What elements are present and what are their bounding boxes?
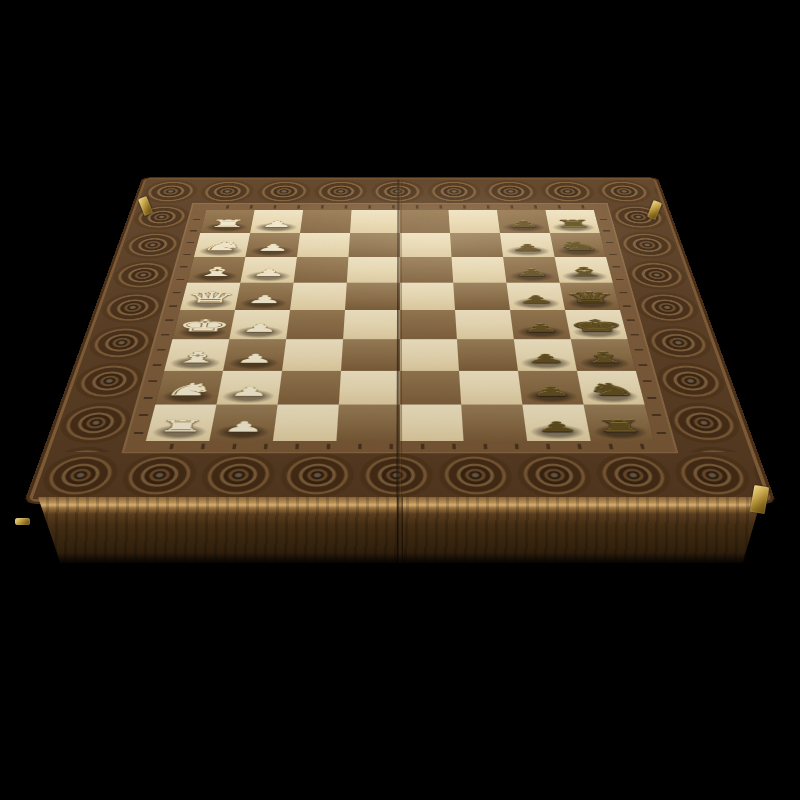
bishop-glyph: ♝ (171, 350, 223, 365)
pawn-glyph: ♟ (255, 243, 291, 252)
piece-shadow (151, 425, 207, 440)
piece-white-pawn[interactable]: ♟ (247, 209, 307, 228)
square-r6-c6[interactable]: ♟ (518, 371, 584, 405)
square-r2-c4[interactable] (400, 257, 453, 283)
square-r4-c0[interactable]: ♚ (172, 310, 235, 339)
square-r2-c0[interactable]: ♝ (187, 257, 245, 283)
square-r7-c3[interactable] (336, 405, 400, 441)
rook-glyph: ♜ (593, 418, 645, 434)
square-r2-c7[interactable]: ♝ (555, 257, 613, 283)
frame-tick-marks (207, 205, 594, 208)
square-r5-c0[interactable]: ♝ (164, 339, 229, 370)
square-r1-c1[interactable]: ♟ (245, 233, 300, 257)
pawn-glyph: ♟ (221, 420, 265, 434)
pawn-glyph: ♟ (234, 353, 275, 365)
piece-white-pawn[interactable]: ♟ (219, 338, 291, 365)
pawn-glyph: ♟ (228, 385, 270, 398)
piece-bronze-pawn[interactable]: ♟ (517, 403, 594, 434)
square-r1-c5[interactable] (450, 233, 503, 257)
knight-glyph: ♞ (582, 381, 639, 398)
square-r0-c2[interactable] (300, 210, 351, 233)
square-r3-c4[interactable] (400, 283, 455, 310)
piece-white-pawn[interactable]: ♟ (242, 232, 304, 253)
square-r1-c2[interactable] (297, 233, 350, 257)
piece-bronze-rook[interactable]: ♜ (541, 209, 603, 228)
square-r3-c5[interactable] (453, 283, 510, 310)
piece-bronze-queen[interactable]: ♛ (555, 281, 623, 304)
square-r4-c4[interactable] (400, 310, 457, 339)
pawn-glyph: ♟ (240, 322, 279, 333)
piece-shadow (592, 425, 648, 440)
square-r7-c6[interactable]: ♟ (522, 405, 590, 441)
square-r7-c4[interactable] (400, 405, 464, 441)
square-r2-c2[interactable] (294, 257, 349, 283)
piece-shadow (160, 389, 214, 403)
square-r4-c7[interactable]: ♚ (565, 310, 628, 339)
photo-scene: ♜♟♟♜♞♟♟♞♝♟♟♝♛♟♟♛♚♟♟♚♝♟♟♝♞♟♟♞♜♟♟♜ (0, 0, 800, 800)
square-r0-c5[interactable] (448, 210, 499, 233)
square-r4-c1[interactable]: ♟ (229, 310, 290, 339)
pawn-glyph: ♟ (506, 220, 540, 229)
pawn-glyph: ♟ (513, 268, 550, 278)
pawn-glyph: ♟ (245, 294, 283, 305)
square-r6-c4[interactable] (400, 371, 461, 405)
piece-shadow (521, 357, 572, 370)
square-r5-c4[interactable] (400, 339, 459, 370)
piece-bronze-bishop[interactable]: ♝ (566, 338, 639, 365)
square-r6-c7[interactable]: ♞ (577, 371, 645, 405)
box-base-shadow (26, 553, 774, 563)
square-r3-c2[interactable] (290, 283, 347, 310)
pawn-glyph: ♟ (521, 322, 560, 333)
pawn-glyph: ♟ (535, 420, 579, 434)
bishop-glyph: ♝ (578, 350, 630, 365)
piece-white-pawn[interactable]: ♟ (237, 256, 301, 278)
square-r3-c1[interactable]: ♟ (235, 283, 294, 310)
square-r4-c5[interactable] (455, 310, 514, 339)
piece-white-pawn[interactable]: ♟ (232, 281, 299, 304)
square-r5-c7[interactable]: ♝ (571, 339, 636, 370)
piece-white-knight[interactable]: ♞ (152, 369, 228, 398)
square-r2-c1[interactable]: ♟ (240, 257, 297, 283)
square-r6-c3[interactable] (339, 371, 400, 405)
piece-bronze-knight[interactable]: ♞ (546, 232, 610, 253)
king-glyph: ♚ (174, 317, 233, 334)
piece-white-rook[interactable]: ♜ (142, 403, 221, 434)
square-r7-c1[interactable]: ♟ (209, 405, 277, 441)
square-r1-c3[interactable] (348, 233, 400, 257)
piece-bronze-king[interactable]: ♚ (560, 309, 631, 334)
piece-bronze-bishop[interactable]: ♝ (550, 256, 616, 278)
square-r1-c4[interactable] (400, 233, 452, 257)
piece-white-pawn[interactable]: ♟ (213, 369, 287, 398)
knight-glyph: ♞ (198, 240, 246, 252)
square-r5-c1[interactable]: ♟ (223, 339, 286, 370)
piece-white-bishop[interactable]: ♝ (161, 338, 234, 365)
pawn-glyph: ♟ (250, 268, 287, 278)
rook-glyph: ♜ (155, 418, 207, 434)
piece-shadow (222, 389, 275, 403)
queen-glyph: ♛ (183, 290, 238, 305)
square-r6-c5[interactable] (459, 371, 522, 405)
square-r4-c3[interactable] (343, 310, 400, 339)
square-r2-c3[interactable] (347, 257, 400, 283)
square-r2-c5[interactable] (452, 257, 507, 283)
knight-glyph: ♞ (554, 240, 602, 252)
square-r7-c0[interactable]: ♜ (146, 405, 217, 441)
square-r0-c7[interactable]: ♜ (545, 210, 599, 233)
square-r7-c7[interactable]: ♜ (584, 405, 655, 441)
square-r0-c1[interactable]: ♟ (250, 210, 303, 233)
piece-bronze-knight[interactable]: ♞ (572, 369, 648, 398)
piece-shadow (530, 425, 585, 440)
chess-board: ♜♟♟♜♞♟♟♞♝♟♟♝♛♟♟♛♚♟♟♚♝♟♟♝♞♟♟♞♜♟♟♜ (32, 179, 767, 499)
square-r3-c3[interactable] (345, 283, 400, 310)
square-r7-c2[interactable] (273, 405, 339, 441)
pawn-glyph: ♟ (510, 243, 546, 252)
pawn-glyph: ♟ (530, 385, 572, 398)
piece-white-pawn[interactable]: ♟ (226, 309, 295, 334)
square-r5-c5[interactable] (457, 339, 518, 370)
square-r6-c2[interactable] (278, 371, 341, 405)
piece-shadow (585, 389, 639, 403)
brass-pin-left-icon (15, 518, 30, 525)
piece-shadow (579, 357, 631, 370)
square-r4-c2[interactable] (286, 310, 345, 339)
square-r0-c0[interactable]: ♜ (200, 210, 254, 233)
pawn-glyph: ♟ (525, 353, 566, 365)
square-r0-c4[interactable] (400, 210, 450, 233)
piece-shadow (215, 425, 270, 440)
square-r3-c7[interactable]: ♛ (560, 283, 620, 310)
square-r6-c1[interactable]: ♟ (216, 371, 282, 405)
square-r5-c3[interactable] (341, 339, 400, 370)
piece-shadow (525, 389, 578, 403)
rook-glyph: ♜ (207, 219, 247, 229)
king-glyph: ♚ (567, 317, 626, 334)
piece-shadow (169, 357, 221, 370)
square-r6-c0[interactable]: ♞ (155, 371, 223, 405)
square-r7-c5[interactable] (461, 405, 527, 441)
square-r1-c7[interactable]: ♞ (550, 233, 606, 257)
pawn-glyph: ♟ (259, 220, 293, 229)
square-r1-c0[interactable]: ♞ (194, 233, 250, 257)
knight-glyph: ♞ (161, 381, 218, 398)
piece-bronze-rook[interactable]: ♜ (578, 403, 657, 434)
bishop-glyph: ♝ (193, 265, 239, 277)
rook-glyph: ♜ (553, 219, 593, 229)
square-r3-c0[interactable]: ♛ (180, 283, 240, 310)
box-front-face (26, 497, 774, 563)
square-r0-c3[interactable] (350, 210, 400, 233)
piece-bronze-pawn[interactable]: ♟ (513, 369, 587, 398)
piece-white-pawn[interactable]: ♟ (205, 403, 282, 434)
square-r5-c2[interactable] (282, 339, 343, 370)
pawn-glyph: ♟ (517, 294, 555, 305)
piece-shadow (228, 357, 279, 370)
bishop-glyph: ♝ (561, 265, 607, 277)
queen-glyph: ♛ (563, 290, 618, 305)
